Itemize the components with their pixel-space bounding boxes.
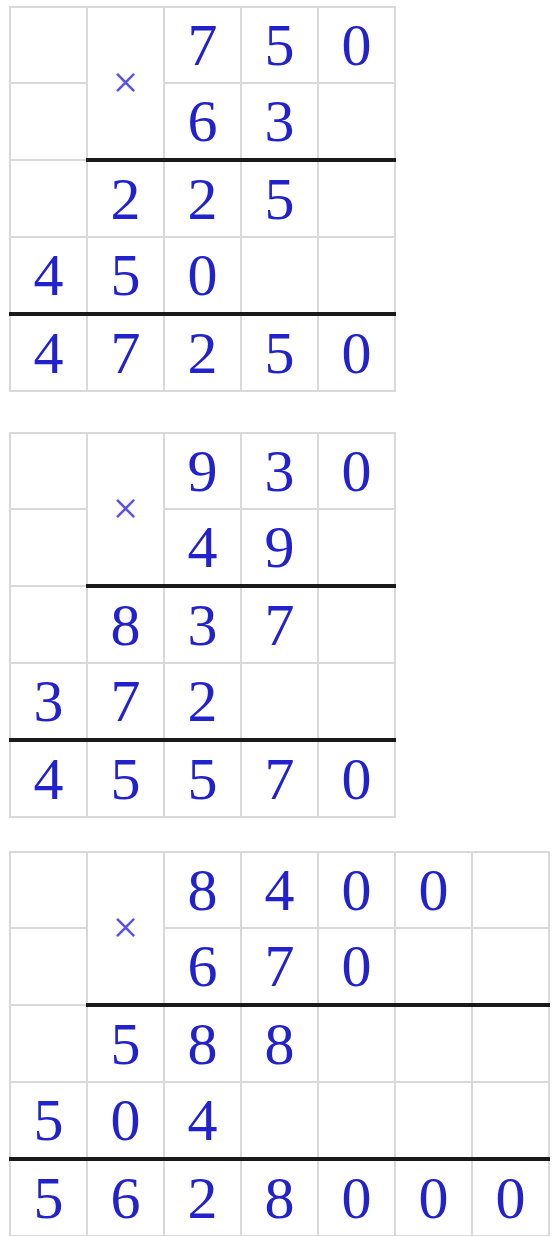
digit-cell-r5c1: 5 <box>10 1159 87 1236</box>
digit-cell-r5c2: 6 <box>87 1159 164 1236</box>
digit-cell-r3c2: 5 <box>87 1005 164 1082</box>
empty-cell-r2c7 <box>472 928 549 1005</box>
digit-cell-r2c5: 0 <box>318 928 395 1005</box>
digit-cell-r5c4: 5 <box>241 314 318 391</box>
empty-cell-r2c1 <box>10 83 87 160</box>
multiplier-row: 49 <box>10 509 395 586</box>
digit-cell-r5c6: 0 <box>395 1159 472 1236</box>
empty-cell-r1c7 <box>472 852 549 928</box>
empty-cell-r3c7 <box>472 1005 549 1082</box>
empty-cell-r2c1 <box>10 928 87 1005</box>
digit-cell-r2c4: 7 <box>241 928 318 1005</box>
digit-cell-r4c2: 5 <box>87 237 164 314</box>
empty-cell-r2c5 <box>318 509 395 586</box>
digit-cell-r5c5: 0 <box>318 1159 395 1236</box>
empty-cell-r3c6 <box>395 1005 472 1082</box>
digit-cell-r5c7: 0 <box>472 1159 549 1236</box>
product-row: 5628000 <box>10 1159 549 1236</box>
digit-cell-r3c4: 5 <box>241 160 318 237</box>
digit-cell-r3c3: 2 <box>164 160 241 237</box>
digit-cell-r5c1: 4 <box>10 740 87 817</box>
multiply-icon: × <box>113 902 139 953</box>
digit-cell-r5c1: 4 <box>10 314 87 391</box>
problem-3-8400x670-grid: ×84006705885045628000 <box>9 851 550 1236</box>
digit-cell-r1c3: 9 <box>164 433 241 509</box>
digit-cell-r4c1: 3 <box>10 663 87 740</box>
digit-cell-r2c3: 6 <box>164 928 241 1005</box>
empty-cell-r3c5 <box>318 1005 395 1082</box>
multiplication-problem-3: ×84006705885045628000 <box>9 851 557 1236</box>
digit-cell-r1c4: 3 <box>241 433 318 509</box>
multiplicand-row: ×750 <box>10 7 395 83</box>
digit-cell-r1c3: 8 <box>164 852 241 928</box>
digit-cell-r1c3: 7 <box>164 7 241 83</box>
digit-cell-r2c3: 4 <box>164 509 241 586</box>
empty-cell-r3c1 <box>10 1005 87 1082</box>
digit-cell-r4c2: 0 <box>87 1082 164 1159</box>
digit-cell-r5c2: 7 <box>87 314 164 391</box>
multiplicand-row: ×8400 <box>10 852 549 928</box>
empty-cell-r1c1 <box>10 852 87 928</box>
product-row: 47250 <box>10 314 395 391</box>
digit-cell-r3c4: 8 <box>241 1005 318 1082</box>
digit-cell-r4c1: 5 <box>10 1082 87 1159</box>
partial-product-1-row: 837 <box>10 586 395 663</box>
multiplication-problem-2: ×9304983737245570 <box>9 432 557 818</box>
empty-cell-r4c4 <box>241 1082 318 1159</box>
product-row: 45570 <box>10 740 395 817</box>
digit-cell-r5c3: 2 <box>164 314 241 391</box>
multiply-icon: × <box>113 57 139 108</box>
digit-cell-r5c3: 5 <box>164 740 241 817</box>
digit-cell-r2c4: 3 <box>241 83 318 160</box>
digit-cell-r3c4: 7 <box>241 586 318 663</box>
digit-cell-r5c3: 2 <box>164 1159 241 1236</box>
empty-cell-r4c5 <box>318 1082 395 1159</box>
times-sign-cell: × <box>87 852 164 1005</box>
partial-product-2-row: 372 <box>10 663 395 740</box>
digit-cell-r5c5: 0 <box>318 740 395 817</box>
empty-cell-r4c4 <box>241 237 318 314</box>
digit-cell-r1c4: 5 <box>241 7 318 83</box>
partial-product-2-row: 504 <box>10 1082 549 1159</box>
empty-cell-r4c7 <box>472 1082 549 1159</box>
digit-cell-r5c2: 5 <box>87 740 164 817</box>
empty-cell-r2c5 <box>318 83 395 160</box>
digit-cell-r5c5: 0 <box>318 314 395 391</box>
partial-product-1-row: 225 <box>10 160 395 237</box>
digit-cell-r5c4: 8 <box>241 1159 318 1236</box>
empty-cell-r4c5 <box>318 237 395 314</box>
digit-cell-r1c5: 0 <box>318 433 395 509</box>
digit-cell-r4c3: 2 <box>164 663 241 740</box>
empty-cell-r1c1 <box>10 7 87 83</box>
digit-cell-r3c2: 8 <box>87 586 164 663</box>
digit-cell-r5c4: 7 <box>241 740 318 817</box>
worksheet: ×7506322545047250 ×9304983737245570 ×840… <box>9 6 557 1236</box>
digit-cell-r4c3: 0 <box>164 237 241 314</box>
digit-cell-r4c2: 7 <box>87 663 164 740</box>
digit-cell-r3c3: 8 <box>164 1005 241 1082</box>
multiplier-row: 63 <box>10 83 395 160</box>
multiplication-problem-1: ×7506322545047250 <box>9 6 557 392</box>
problem-1-750x63-grid: ×7506322545047250 <box>9 6 396 392</box>
empty-cell-r3c1 <box>10 160 87 237</box>
digit-cell-r2c3: 6 <box>164 83 241 160</box>
empty-cell-r4c6 <box>395 1082 472 1159</box>
empty-cell-r4c5 <box>318 663 395 740</box>
empty-cell-r4c4 <box>241 663 318 740</box>
digit-cell-r4c1: 4 <box>10 237 87 314</box>
empty-cell-r3c5 <box>318 586 395 663</box>
empty-cell-r3c5 <box>318 160 395 237</box>
digit-cell-r1c4: 4 <box>241 852 318 928</box>
digit-cell-r1c5: 0 <box>318 7 395 83</box>
times-sign-cell: × <box>87 7 164 160</box>
problem-2-930x49-grid: ×9304983737245570 <box>9 432 396 818</box>
multiplicand-row: ×930 <box>10 433 395 509</box>
partial-product-2-row: 450 <box>10 237 395 314</box>
empty-cell-r2c6 <box>395 928 472 1005</box>
digit-cell-r3c2: 2 <box>87 160 164 237</box>
digit-cell-r2c4: 9 <box>241 509 318 586</box>
partial-product-1-row: 588 <box>10 1005 549 1082</box>
multiply-icon: × <box>113 483 139 534</box>
digit-cell-r4c3: 4 <box>164 1082 241 1159</box>
empty-cell-r3c1 <box>10 586 87 663</box>
empty-cell-r2c1 <box>10 509 87 586</box>
empty-cell-r1c1 <box>10 433 87 509</box>
times-sign-cell: × <box>87 433 164 586</box>
digit-cell-r1c6: 0 <box>395 852 472 928</box>
digit-cell-r1c5: 0 <box>318 852 395 928</box>
digit-cell-r3c3: 3 <box>164 586 241 663</box>
